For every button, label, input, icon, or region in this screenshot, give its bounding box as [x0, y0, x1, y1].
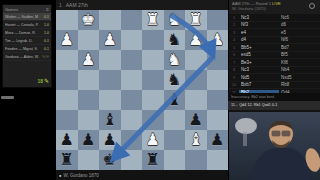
- game-players: Harent — Consola, P.: [5, 23, 39, 27]
- counter-badge: 18 ✎: [37, 78, 49, 84]
- move-row: 9Nd5Nxd5: [229, 74, 320, 82]
- player-name: W. Gordano 1870: [63, 173, 98, 178]
- move-number: 7: [229, 60, 239, 65]
- square-e6[interactable]: [142, 50, 164, 70]
- live-badge: LIVE: [272, 1, 281, 6]
- square-d8[interactable]: [121, 10, 143, 30]
- piece-black-bishop[interactable]: ♝: [99, 110, 121, 130]
- white-move[interactable]: Bb5+: [239, 45, 279, 50]
- black-move[interactable]: Rb8: [279, 82, 319, 87]
- games-panel: Games ≡ Wirden — Svidlen, M.0-1Harent — …: [2, 4, 52, 88]
- lamp-shape: [235, 118, 257, 134]
- game-result: 1-0: [44, 23, 49, 27]
- square-c2[interactable]: ♟: [99, 130, 121, 150]
- white-move[interactable]: Nf3: [239, 22, 279, 27]
- black-move[interactable]: Nb4: [279, 67, 319, 72]
- square-d5[interactable]: [121, 70, 143, 90]
- piece-white-pawn[interactable]: ♟: [56, 30, 78, 50]
- square-b7[interactable]: [78, 30, 100, 50]
- piece-black-king[interactable]: ♚: [99, 150, 121, 170]
- menu-icon[interactable]: ≡: [46, 7, 49, 11]
- square-c5[interactable]: [99, 70, 121, 90]
- square-d7[interactable]: [121, 30, 143, 50]
- variation-line: 11... Qd4 12. Rb1 Qxd1 0-1: [228, 101, 320, 110]
- black-move[interactable]: Nc6: [279, 15, 319, 20]
- piece-black-rook[interactable]: ♜: [142, 150, 164, 170]
- move-number: 6: [229, 52, 239, 57]
- piece-white-pawn[interactable]: ♟: [142, 130, 164, 150]
- piece-white-knight[interactable]: ♞: [164, 10, 186, 30]
- board-top-bar: 1 AAM 27th: [56, 0, 228, 10]
- square-d3[interactable]: [121, 110, 143, 130]
- piece-black-knight[interactable]: ♞: [164, 70, 186, 90]
- piece-white-bishop[interactable]: ♝: [185, 130, 207, 150]
- game-result: 0-1: [44, 39, 49, 43]
- square-b6[interactable]: ♟: [78, 50, 100, 70]
- square-h7[interactable]: ♟: [207, 30, 229, 50]
- square-g4[interactable]: [185, 90, 207, 110]
- square-h6[interactable]: [207, 50, 229, 70]
- square-a5[interactable]: [56, 70, 78, 90]
- movelist-header: AAM 27th — Round 1 LIVE W. Gordano (1870…: [229, 0, 320, 14]
- square-h4[interactable]: [207, 90, 229, 110]
- square-e3[interactable]: [142, 110, 164, 130]
- square-f2[interactable]: [164, 130, 186, 150]
- white-move[interactable]: Nc3: [239, 67, 279, 72]
- edit-pencil-icon[interactable]: ✎: [44, 78, 49, 84]
- move-row: 1Nc3Nc6: [229, 14, 320, 22]
- piece-black-pawn[interactable]: ♟: [99, 130, 121, 150]
- square-f4[interactable]: ♝: [164, 90, 186, 110]
- move-number: 3: [229, 30, 239, 35]
- square-e8[interactable]: ♜: [142, 10, 164, 30]
- square-c7[interactable]: ♟: [99, 30, 121, 50]
- square-f1[interactable]: [164, 150, 186, 170]
- piece-white-rook[interactable]: ♜: [185, 10, 207, 30]
- square-b2[interactable]: ♟: [78, 130, 100, 150]
- white-move[interactable]: Nc3: [239, 15, 279, 20]
- square-a8[interactable]: [56, 10, 78, 30]
- move-row: 4d4Nf6: [229, 37, 320, 45]
- game-result: 0-1: [44, 15, 49, 19]
- square-a1[interactable]: ♜: [56, 150, 78, 170]
- move-row: 3e4e5: [229, 29, 320, 37]
- black-move[interactable]: d6: [279, 22, 319, 27]
- move-row: 8Nc3Nb4: [229, 67, 320, 75]
- lamp-stand: [243, 132, 247, 146]
- piece-white-pawn[interactable]: ♟: [185, 30, 207, 50]
- event-title: AAM 27th: [66, 2, 88, 8]
- stream-frame: Games ≡ Wirden — Svidlen, M.0-1Harent — …: [0, 0, 320, 180]
- move-row: 2Nf3d6: [229, 22, 320, 30]
- square-g6[interactable]: [185, 50, 207, 70]
- player-color-dot: ●: [59, 173, 61, 178]
- square-d6[interactable]: [121, 50, 143, 70]
- square-b8[interactable]: ♚: [78, 10, 100, 30]
- white-move[interactable]: Be3+: [239, 60, 279, 65]
- square-a4[interactable]: [56, 90, 78, 110]
- webcam-overlay: [229, 112, 320, 180]
- black-move[interactable]: Bd7: [279, 45, 319, 50]
- square-e7[interactable]: [142, 30, 164, 50]
- move-row: 10Bxb7Rb8: [229, 82, 320, 90]
- game-players: Tim — Legrab, U.: [5, 39, 33, 43]
- stray-mark: [1, 96, 14, 99]
- game-players: Gordano — Alden, W.: [5, 55, 39, 59]
- square-c8[interactable]: [99, 10, 121, 30]
- square-b5[interactable]: [78, 70, 100, 90]
- square-f7[interactable]: ♞: [164, 30, 186, 50]
- square-c1[interactable]: ♚: [99, 150, 121, 170]
- piece-white-king[interactable]: ♚: [78, 10, 100, 30]
- move-number: 1: [229, 15, 239, 20]
- analysis-comment: Inaccuracy. Bb2 was best.: [228, 93, 320, 101]
- game-list-item[interactable]: Tim — Legrab, U.0-1: [3, 37, 51, 45]
- square-f5[interactable]: ♞: [164, 70, 186, 90]
- piece-white-rook[interactable]: ♜: [142, 10, 164, 30]
- board-index: 1: [59, 2, 62, 8]
- chess-board[interactable]: ♚♜♞♜♟♟♞♟♟♟♞♞♝♝♟♟♟♟♟♝♟♜♚♜: [56, 10, 228, 170]
- move-row: 7Be3+Kf8: [229, 59, 320, 67]
- glasses-left-lens: [272, 131, 280, 136]
- piece-black-pawn[interactable]: ♟: [207, 130, 229, 150]
- square-h8[interactable]: [207, 10, 229, 30]
- game-list-item[interactable]: Mirez — Doman, R.1-0: [3, 29, 51, 37]
- square-e2[interactable]: ♟: [142, 130, 164, 150]
- piece-black-pawn[interactable]: ♟: [185, 110, 207, 130]
- piece-black-bishop[interactable]: ♝: [164, 90, 186, 110]
- game-result: ½-½: [42, 55, 49, 59]
- movelist-subtitle: W. Gordano (1870): [232, 6, 317, 11]
- move-number: 2: [229, 22, 239, 27]
- move-row: 6exd5Bf5: [229, 52, 320, 60]
- settings-toggle-icon[interactable]: [309, 3, 315, 9]
- black-move[interactable]: Bf5: [279, 52, 319, 57]
- game-players: Mirez — Doman, R.: [5, 31, 36, 35]
- square-c6[interactable]: [99, 50, 121, 70]
- white-move[interactable]: e4: [239, 30, 279, 35]
- square-e4[interactable]: [142, 90, 164, 110]
- white-move[interactable]: d4: [239, 37, 279, 42]
- square-f6[interactable]: ♞: [164, 50, 186, 70]
- move-number: 9: [229, 75, 239, 80]
- game-players: Fweden — Migrat, S.: [5, 47, 38, 51]
- piece-white-knight[interactable]: ♞: [164, 50, 186, 70]
- square-g8[interactable]: ♜: [185, 10, 207, 30]
- square-d2[interactable]: [121, 130, 143, 150]
- piece-white-pawn[interactable]: ♟: [207, 30, 229, 50]
- game-players: Wirden — Svidlen, M.: [5, 15, 39, 19]
- game-list-item[interactable]: Fweden — Migrat, S.0-1: [3, 45, 51, 53]
- square-a3[interactable]: [56, 110, 78, 130]
- square-c3[interactable]: ♝: [99, 110, 121, 130]
- move-number: 4: [229, 37, 239, 42]
- square-c4[interactable]: [99, 90, 121, 110]
- move-row: 5Bb5+Bd7: [229, 44, 320, 52]
- square-h2[interactable]: ♟: [207, 130, 229, 150]
- game-list-item[interactable]: Wirden — Svidlen, M.0-1: [3, 13, 51, 21]
- game-result: 0-1: [44, 47, 49, 51]
- square-d1[interactable]: [121, 150, 143, 170]
- game-result: 1-0: [44, 31, 49, 35]
- white-move[interactable]: exd5: [239, 52, 279, 57]
- piece-black-pawn[interactable]: ♟: [78, 130, 100, 150]
- move-number: 10: [229, 82, 239, 87]
- piece-white-pawn[interactable]: ♟: [78, 50, 100, 70]
- piece-white-pawn[interactable]: ♟: [99, 30, 121, 50]
- square-g2[interactable]: ♝: [185, 130, 207, 150]
- black-move[interactable]: Nf6: [279, 37, 319, 42]
- square-e5[interactable]: [142, 70, 164, 90]
- games-panel-header: Games ≡: [3, 5, 51, 13]
- square-g1[interactable]: [185, 150, 207, 170]
- game-list-item[interactable]: Gordano — Alden, W.½-½: [3, 53, 51, 61]
- black-move[interactable]: e5: [279, 30, 319, 35]
- move-number: 5: [229, 45, 239, 50]
- streamer-portrait: [229, 112, 320, 180]
- square-g3[interactable]: ♟: [185, 110, 207, 130]
- square-b3[interactable]: [78, 110, 100, 130]
- games-panel-title: Games: [5, 7, 18, 12]
- game-list-item[interactable]: Harent — Consola, P.1-0: [3, 21, 51, 29]
- player-bar: ● W. Gordano 1870: [56, 170, 229, 180]
- glasses-right-lens: [282, 131, 290, 136]
- square-a7[interactable]: ♟: [56, 30, 78, 50]
- piece-black-pawn[interactable]: ♟: [56, 130, 78, 150]
- white-move[interactable]: Bxb7: [239, 82, 279, 87]
- square-h3[interactable]: [207, 110, 229, 130]
- square-f8[interactable]: ♞: [164, 10, 186, 30]
- black-move[interactable]: Nxd5: [279, 75, 319, 80]
- square-b4[interactable]: [78, 90, 100, 110]
- square-h1[interactable]: [207, 150, 229, 170]
- square-h5[interactable]: [207, 70, 229, 90]
- white-move[interactable]: Nd5: [239, 75, 279, 80]
- piece-black-knight[interactable]: ♞: [164, 30, 186, 50]
- piece-black-rook[interactable]: ♜: [56, 150, 78, 170]
- move-number: 8: [229, 67, 239, 72]
- square-b1[interactable]: [78, 150, 100, 170]
- black-move[interactable]: Kf8: [279, 60, 319, 65]
- square-a6[interactable]: [56, 50, 78, 70]
- square-g7[interactable]: ♟: [185, 30, 207, 50]
- counter-value: 18: [37, 78, 43, 84]
- square-a2[interactable]: ♟: [56, 130, 78, 150]
- square-f3[interactable]: [164, 110, 186, 130]
- square-g5[interactable]: [185, 70, 207, 90]
- square-d4[interactable]: [121, 90, 143, 110]
- square-e1[interactable]: ♜: [142, 150, 164, 170]
